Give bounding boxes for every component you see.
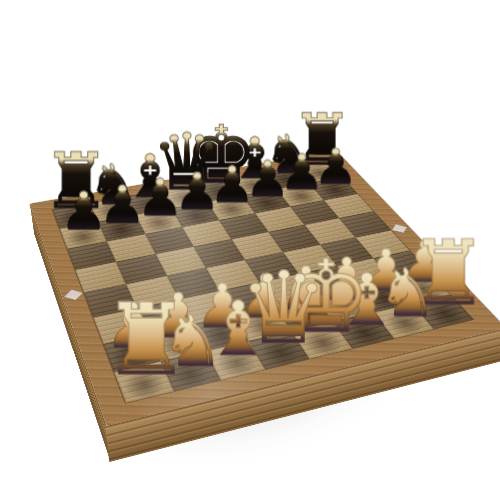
- chess-board-box: ♜♞♝♛♚♝♞♜♟♟♟♟♟♟♟♟♟♟♟♟♟♟♟♟♜♞♝♛♚♝♞♜: [30, 151, 500, 426]
- white-rook-glyph: ♜: [85, 291, 208, 390]
- piece-white-rook-a1: ♜: [114, 361, 174, 402]
- seam-clasp-left: [64, 290, 83, 301]
- scene: ♜♞♝♛♚♝♞♜♟♟♟♟♟♟♟♟♟♟♟♟♟♟♟♟♜♞♝♛♚♝♞♜: [0, 0, 500, 500]
- black-pawn-glyph: ♟: [51, 186, 116, 238]
